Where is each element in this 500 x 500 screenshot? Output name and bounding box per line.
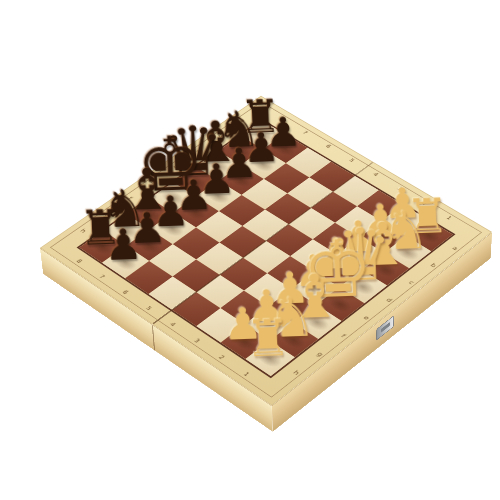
side-fold-seam — [152, 325, 156, 351]
board-top: 88aa77bb66cc55dd44ee33ff22gg11hh ♜♟♟♜♞♟♟… — [40, 96, 492, 406]
piece-white-r: ♜ — [244, 312, 291, 364]
piece-black-p: ♟ — [103, 223, 142, 267]
chess-set-photo: 88aa77bb66cc55dd44ee33ff22gg11hh ♜♟♟♜♞♟♟… — [0, 0, 500, 500]
clasp-hook — [381, 322, 390, 333]
chess-board-3d: 88aa77bb66cc55dd44ee33ff22gg11hh ♜♟♟♜♞♟♟… — [40, 96, 492, 406]
